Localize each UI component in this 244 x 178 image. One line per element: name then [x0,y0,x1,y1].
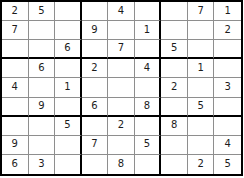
sudoku-cell-r2c9: 2 [214,21,241,40]
sudoku-cell-r5c2[interactable] [29,78,56,97]
sudoku-cell-r2c3[interactable] [55,21,82,40]
sudoku-cell-r3c2[interactable] [29,40,56,59]
sudoku-cell-r8c6: 5 [135,136,162,155]
sudoku-cell-r7c8[interactable] [188,117,215,136]
sudoku-cell-r5c8[interactable] [188,78,215,97]
sudoku-cell-r5c3: 1 [55,78,82,97]
sudoku-cell-r1c4[interactable] [82,2,109,21]
sudoku-cell-r4c1[interactable] [2,59,29,78]
sudoku-cell-r3c3: 6 [55,40,82,59]
sudoku-cell-r3c9[interactable] [214,40,241,59]
sudoku-cell-r2c6: 1 [135,21,162,40]
sudoku-cell-r3c8[interactable] [188,40,215,59]
sudoku-cell-r8c3[interactable] [55,136,82,155]
sudoku-cell-r1c6[interactable] [135,2,162,21]
sudoku-cell-r7c6[interactable] [135,117,162,136]
sudoku-cell-r1c7[interactable] [161,2,188,21]
sudoku-cell-r4c2: 6 [29,59,56,78]
sudoku-cell-r7c3: 5 [55,117,82,136]
sudoku-cell-r8c4: 7 [82,136,109,155]
sudoku-cell-r1c1: 2 [2,2,29,21]
sudoku-cell-r7c5: 2 [108,117,135,136]
sudoku-cell-r9c8: 2 [188,155,215,174]
sudoku-cell-r4c7[interactable] [161,59,188,78]
sudoku-cell-r6c5[interactable] [108,98,135,117]
sudoku-puzzle: 254717912675624141239685528975463825 [0,0,244,178]
sudoku-cell-r4c8: 1 [188,59,215,78]
sudoku-cell-r7c2[interactable] [29,117,56,136]
sudoku-cell-r8c9: 4 [214,136,241,155]
sudoku-cell-r8c1: 9 [2,136,29,155]
sudoku-cell-r1c9: 1 [214,2,241,21]
sudoku-cell-r9c5: 8 [108,155,135,174]
sudoku-cell-r2c8[interactable] [188,21,215,40]
sudoku-cell-r2c5[interactable] [108,21,135,40]
sudoku-cell-r9c4[interactable] [82,155,109,174]
sudoku-cell-r1c3[interactable] [55,2,82,21]
sudoku-cell-r7c1[interactable] [2,117,29,136]
sudoku-board: 254717912675624141239685528975463825 [0,0,243,176]
sudoku-cell-r8c2[interactable] [29,136,56,155]
sudoku-cell-r7c4[interactable] [82,117,109,136]
sudoku-cell-r4c6: 4 [135,59,162,78]
sudoku-cell-r6c3[interactable] [55,98,82,117]
sudoku-cell-r5c6[interactable] [135,78,162,97]
sudoku-cell-r3c1[interactable] [2,40,29,59]
sudoku-cell-r5c1: 4 [2,78,29,97]
sudoku-cell-r5c4[interactable] [82,78,109,97]
sudoku-cell-r6c7[interactable] [161,98,188,117]
sudoku-cell-r2c1: 7 [2,21,29,40]
sudoku-cell-r8c5[interactable] [108,136,135,155]
sudoku-cell-r4c4: 2 [82,59,109,78]
sudoku-cell-r4c9[interactable] [214,59,241,78]
sudoku-cell-r5c5[interactable] [108,78,135,97]
sudoku-cell-r3c4[interactable] [82,40,109,59]
sudoku-cell-r3c7: 5 [161,40,188,59]
sudoku-cell-r9c9: 5 [214,155,241,174]
sudoku-cell-r1c2: 5 [29,2,56,21]
sudoku-cell-r6c9[interactable] [214,98,241,117]
sudoku-cell-r3c6[interactable] [135,40,162,59]
sudoku-cell-r5c7: 2 [161,78,188,97]
sudoku-cell-r6c8: 5 [188,98,215,117]
sudoku-cell-r1c5: 4 [108,2,135,21]
sudoku-cell-r6c4: 6 [82,98,109,117]
sudoku-cell-r2c2[interactable] [29,21,56,40]
sudoku-cell-r9c2: 3 [29,155,56,174]
sudoku-cell-r8c7[interactable] [161,136,188,155]
sudoku-cell-r9c6[interactable] [135,155,162,174]
sudoku-cell-r5c9: 3 [214,78,241,97]
sudoku-cell-r6c2: 9 [29,98,56,117]
sudoku-cell-r4c5[interactable] [108,59,135,78]
sudoku-cell-r3c5: 7 [108,40,135,59]
sudoku-cell-r9c3[interactable] [55,155,82,174]
sudoku-cell-r8c8[interactable] [188,136,215,155]
sudoku-cell-r1c8: 7 [188,2,215,21]
sudoku-cell-r2c4: 9 [82,21,109,40]
sudoku-cell-r7c9[interactable] [214,117,241,136]
sudoku-cell-r4c3[interactable] [55,59,82,78]
sudoku-cell-r7c7: 8 [161,117,188,136]
sudoku-cell-r6c1[interactable] [2,98,29,117]
sudoku-cell-r6c6: 8 [135,98,162,117]
sudoku-cell-r9c7[interactable] [161,155,188,174]
sudoku-cell-r2c7[interactable] [161,21,188,40]
sudoku-cell-r9c1: 6 [2,155,29,174]
